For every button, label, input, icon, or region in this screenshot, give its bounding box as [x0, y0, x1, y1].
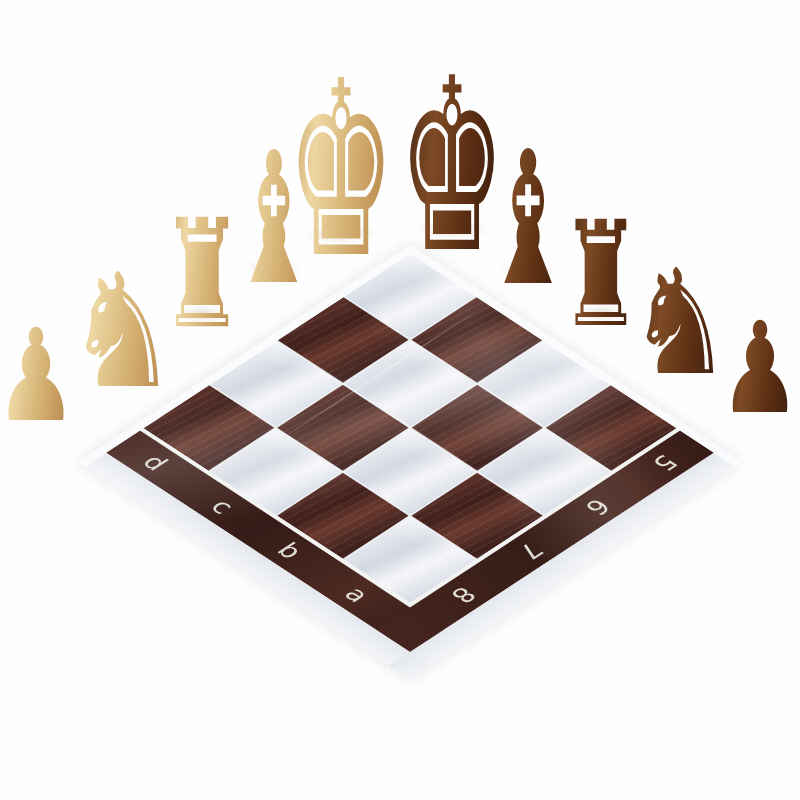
black-pawn-glyph: ♟: [719, 306, 800, 432]
piece-black-pawn: ♟: [703, 306, 800, 432]
product-photo: dcba5678 ♟♞♜♝♚♚♝♜♞♟: [0, 0, 800, 800]
